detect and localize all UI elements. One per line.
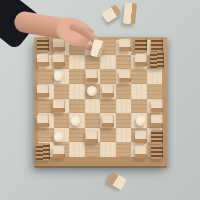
square-e3[interactable]: [100, 113, 116, 128]
square-a5[interactable]: [38, 84, 54, 99]
square-f2[interactable]: [116, 128, 132, 143]
square-b3[interactable]: [54, 113, 70, 128]
chess-board: [34, 37, 167, 166]
square-f3[interactable]: [116, 113, 132, 128]
square-c2[interactable]: [69, 128, 85, 143]
square-f5[interactable]: [116, 84, 132, 99]
square-a2[interactable]: [38, 128, 54, 143]
square-c6[interactable]: [69, 69, 85, 84]
square-d2[interactable]: [85, 128, 101, 143]
square-f8[interactable]: [116, 40, 132, 55]
square-h5[interactable]: [147, 84, 163, 99]
loose-piece-top-tipped[interactable]: [101, 4, 121, 22]
square-b2[interactable]: [54, 128, 70, 143]
photo-scene: [0, 0, 200, 200]
square-e1[interactable]: [100, 142, 116, 157]
square-a8[interactable]: [38, 40, 54, 55]
square-g4[interactable]: [131, 99, 147, 114]
square-c5[interactable]: [69, 84, 85, 99]
square-a6[interactable]: [38, 69, 54, 84]
finger: [69, 22, 95, 36]
square-c1[interactable]: [69, 142, 85, 157]
square-b1[interactable]: [54, 142, 70, 157]
square-h3[interactable]: [147, 113, 163, 128]
square-c3[interactable]: [69, 113, 85, 128]
square-b7[interactable]: [54, 55, 70, 70]
square-b5[interactable]: [54, 84, 70, 99]
square-a3[interactable]: [38, 113, 54, 128]
square-g7[interactable]: [131, 55, 147, 70]
square-e8[interactable]: [100, 40, 116, 55]
square-e6[interactable]: [100, 69, 116, 84]
square-e2[interactable]: [100, 128, 116, 143]
loose-piece-bottom-tipped[interactable]: [107, 172, 127, 190]
square-h4[interactable]: [147, 99, 163, 114]
square-f6[interactable]: [116, 69, 132, 84]
square-e4[interactable]: [100, 99, 116, 114]
square-g6[interactable]: [131, 69, 147, 84]
square-d5[interactable]: [85, 84, 101, 99]
square-h7[interactable]: [147, 55, 163, 70]
square-g5[interactable]: [131, 84, 147, 99]
square-d7[interactable]: [85, 55, 101, 70]
square-h6[interactable]: [147, 69, 163, 84]
square-d8[interactable]: [85, 40, 101, 55]
square-b8[interactable]: [54, 40, 70, 55]
square-d6[interactable]: [85, 69, 101, 84]
square-a7[interactable]: [38, 55, 54, 70]
square-g1[interactable]: [131, 142, 147, 157]
square-b4[interactable]: [54, 99, 70, 114]
square-c7[interactable]: [69, 55, 85, 70]
square-b6[interactable]: [54, 69, 70, 84]
square-d1[interactable]: [85, 142, 101, 157]
chess-board-grid: [38, 40, 162, 157]
square-a4[interactable]: [38, 99, 54, 114]
square-g3[interactable]: [131, 113, 147, 128]
loose-piece-top-upright[interactable]: [123, 2, 137, 24]
square-a1[interactable]: [38, 142, 54, 157]
square-g8[interactable]: [131, 40, 147, 55]
square-f1[interactable]: [116, 142, 132, 157]
square-c4[interactable]: [69, 99, 85, 114]
square-h2[interactable]: [147, 128, 163, 143]
square-h1[interactable]: [147, 142, 163, 157]
square-f4[interactable]: [116, 99, 132, 114]
square-e5[interactable]: [100, 84, 116, 99]
square-f7[interactable]: [116, 55, 132, 70]
square-c8[interactable]: [69, 40, 85, 55]
square-g2[interactable]: [131, 128, 147, 143]
square-h8[interactable]: [147, 40, 163, 55]
square-d3[interactable]: [85, 113, 101, 128]
square-e7[interactable]: [100, 55, 116, 70]
square-d4[interactable]: [85, 99, 101, 114]
